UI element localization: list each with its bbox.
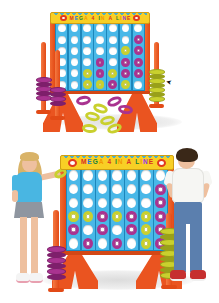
board-cell bbox=[82, 80, 92, 90]
board-cell bbox=[111, 170, 123, 182]
board-cell bbox=[120, 57, 130, 67]
board-cell bbox=[82, 224, 94, 236]
board-cell bbox=[82, 197, 94, 209]
board-cell bbox=[68, 170, 80, 182]
yellow-ring-disc bbox=[149, 96, 165, 102]
board-column bbox=[82, 170, 95, 250]
banner-letter: E bbox=[75, 16, 78, 21]
boy-hair bbox=[176, 148, 198, 162]
yellow-ring bbox=[121, 46, 130, 55]
yellow-ring bbox=[121, 80, 130, 89]
board-cell bbox=[120, 46, 130, 56]
empty-hole bbox=[127, 184, 136, 194]
empty-hole bbox=[96, 24, 104, 32]
banner-letter: M bbox=[70, 16, 74, 21]
banner-letter: E bbox=[87, 159, 91, 166]
banner: MEGA4INALINE bbox=[50, 12, 150, 24]
board-cell bbox=[82, 183, 94, 195]
girl-shirt bbox=[16, 172, 42, 203]
board-cell bbox=[95, 57, 105, 67]
banner-ring-icon bbox=[60, 15, 67, 21]
board-cell bbox=[97, 237, 109, 249]
board-cell bbox=[69, 46, 79, 56]
board-cell bbox=[97, 183, 109, 195]
empty-hole bbox=[69, 198, 78, 208]
board-cell bbox=[108, 35, 118, 45]
boy-jeans bbox=[174, 202, 202, 224]
magenta-ring bbox=[68, 224, 78, 235]
board-cell bbox=[108, 24, 118, 34]
empty-hole bbox=[69, 184, 78, 194]
board-column bbox=[107, 24, 118, 90]
banner-letter: A bbox=[108, 16, 112, 21]
empty-hole bbox=[112, 184, 121, 194]
empty-hole bbox=[69, 170, 78, 180]
empty-hole bbox=[109, 47, 117, 55]
yellow-ring bbox=[108, 69, 117, 78]
banner-letter: A bbox=[99, 159, 104, 166]
magenta-ring bbox=[134, 58, 143, 67]
empty-hole bbox=[83, 58, 91, 66]
banner-ring-icon bbox=[68, 159, 77, 167]
board-cell bbox=[140, 237, 152, 249]
empty-hole bbox=[134, 24, 142, 32]
empty-hole bbox=[112, 198, 121, 208]
board-cell bbox=[68, 210, 80, 222]
yellow-ring bbox=[141, 224, 151, 235]
banner-letter: M bbox=[81, 159, 86, 166]
board-frame bbox=[60, 168, 174, 255]
empty-hole bbox=[98, 170, 107, 180]
girl-shoe bbox=[29, 273, 43, 283]
board-cell bbox=[97, 224, 109, 236]
board-cell bbox=[120, 69, 130, 79]
board-grid bbox=[66, 168, 168, 251]
board-cell bbox=[95, 69, 105, 79]
magenta-ring bbox=[97, 224, 107, 235]
magenta-ring bbox=[134, 69, 143, 78]
magenta-ring bbox=[126, 211, 136, 222]
empty-hole bbox=[98, 198, 107, 208]
connect-four-game: MEGA4INALINE bbox=[60, 155, 174, 289]
girl-forearm bbox=[12, 190, 18, 202]
boy-shirt bbox=[172, 168, 204, 203]
banner-letter: L bbox=[116, 16, 119, 21]
empty-hole bbox=[98, 238, 107, 248]
board-cell bbox=[82, 210, 94, 222]
empty-hole bbox=[122, 24, 130, 32]
board-cell bbox=[120, 35, 130, 45]
empty-hole bbox=[83, 184, 92, 194]
board-column bbox=[82, 24, 93, 90]
banner-letter: G bbox=[93, 159, 98, 166]
banner: MEGA4INALINE bbox=[60, 155, 174, 170]
empty-hole bbox=[98, 184, 107, 194]
banner-letter: N bbox=[122, 16, 126, 21]
board-frame bbox=[50, 22, 150, 94]
board-cell bbox=[126, 224, 138, 236]
banner-ring-icon bbox=[133, 15, 140, 21]
board-cell bbox=[133, 35, 143, 45]
empty-hole bbox=[83, 36, 91, 44]
board-cell bbox=[108, 57, 118, 67]
board-cell bbox=[95, 24, 105, 34]
magenta-ring bbox=[83, 238, 93, 249]
board-cell bbox=[133, 69, 143, 79]
empty-hole bbox=[83, 24, 91, 32]
board-cell bbox=[82, 170, 94, 182]
ring-stack-yellow bbox=[149, 70, 165, 102]
board-cell bbox=[82, 35, 92, 45]
empty-hole bbox=[122, 36, 130, 44]
board-cell bbox=[57, 24, 67, 34]
board-cell bbox=[69, 24, 79, 34]
board-column bbox=[140, 170, 153, 250]
girl-bangs bbox=[20, 152, 39, 161]
board-cell bbox=[126, 210, 138, 222]
banner-letter: G bbox=[79, 16, 83, 21]
board-column bbox=[120, 24, 131, 90]
board-cell bbox=[108, 69, 118, 79]
board-cell bbox=[133, 57, 143, 67]
board-cell bbox=[97, 210, 109, 222]
banner-letter: I bbox=[98, 16, 99, 21]
magenta-ring bbox=[121, 58, 130, 67]
boy-leg bbox=[174, 222, 186, 272]
banner-letter: E bbox=[149, 159, 153, 166]
board-cell bbox=[133, 46, 143, 56]
magenta-ring bbox=[112, 238, 122, 249]
magenta-ring bbox=[134, 46, 143, 55]
boy-shoe bbox=[170, 270, 186, 281]
board-cell bbox=[133, 80, 143, 90]
empty-hole bbox=[69, 238, 78, 248]
magenta-ring bbox=[134, 35, 143, 44]
girl-leg bbox=[20, 217, 27, 275]
board-cell bbox=[126, 170, 138, 182]
yellow-ring bbox=[83, 211, 93, 222]
board-cell bbox=[126, 237, 138, 249]
board-cell bbox=[111, 210, 123, 222]
board-cell bbox=[140, 183, 152, 195]
girl-player bbox=[2, 152, 68, 292]
banner-letter: I bbox=[120, 16, 121, 21]
board-cell bbox=[111, 237, 123, 249]
empty-hole bbox=[71, 69, 79, 77]
banner-letter: L bbox=[135, 159, 139, 166]
magenta-ring bbox=[108, 80, 117, 89]
board-cell bbox=[69, 35, 79, 45]
empty-hole bbox=[71, 81, 79, 89]
ring-post bbox=[55, 50, 60, 118]
banner-letter: N bbox=[143, 159, 148, 166]
empty-hole bbox=[71, 24, 79, 32]
yellow-ring bbox=[68, 211, 78, 222]
board-cell bbox=[69, 69, 79, 79]
empty-hole bbox=[58, 24, 66, 32]
board-cell bbox=[68, 224, 80, 236]
board-column bbox=[69, 24, 80, 90]
board-cell bbox=[68, 183, 80, 195]
board-cell bbox=[69, 57, 79, 67]
girl-leg bbox=[31, 217, 38, 275]
board-column bbox=[133, 24, 144, 90]
board-cell bbox=[95, 46, 105, 56]
board-cell bbox=[97, 197, 109, 209]
board-column bbox=[96, 170, 109, 250]
empty-hole bbox=[96, 36, 104, 44]
empty-hole bbox=[71, 47, 79, 55]
board-cell bbox=[82, 69, 92, 79]
board-cell bbox=[126, 183, 138, 195]
board-column bbox=[67, 170, 80, 250]
board-column bbox=[94, 24, 105, 90]
empty-hole bbox=[109, 58, 117, 66]
magenta-ring bbox=[121, 69, 130, 78]
board-cell bbox=[82, 57, 92, 67]
board-cell bbox=[140, 210, 152, 222]
yellow-ring bbox=[141, 211, 151, 222]
board-cell bbox=[111, 224, 123, 236]
boy-leg bbox=[190, 222, 202, 272]
board-column bbox=[125, 170, 138, 250]
board-cell bbox=[82, 46, 92, 56]
magenta-ring bbox=[126, 224, 136, 235]
empty-hole bbox=[141, 184, 150, 194]
yellow-ring bbox=[141, 238, 151, 249]
board-cell bbox=[140, 170, 152, 182]
empty-hole bbox=[134, 81, 142, 89]
ring-stack-magenta bbox=[50, 88, 66, 106]
girl-skirt bbox=[14, 202, 44, 218]
board-cell bbox=[133, 24, 143, 34]
banner-letter: 4 bbox=[92, 16, 95, 21]
empty-hole bbox=[127, 238, 136, 248]
board-cell bbox=[126, 197, 138, 209]
empty-hole bbox=[112, 170, 121, 180]
empty-hole bbox=[83, 198, 92, 208]
banner-letter: I bbox=[140, 159, 142, 166]
board-cell bbox=[68, 197, 80, 209]
board-cell bbox=[111, 183, 123, 195]
banner-letter: N bbox=[118, 159, 123, 166]
empty-hole bbox=[109, 24, 117, 32]
board-cell bbox=[108, 46, 118, 56]
empty-hole bbox=[71, 58, 79, 66]
empty-hole bbox=[127, 170, 136, 180]
board-cell bbox=[140, 197, 152, 209]
board-cell bbox=[95, 80, 105, 90]
yellow-ring bbox=[83, 69, 92, 78]
board-cell bbox=[68, 237, 80, 249]
board-cell bbox=[82, 24, 92, 34]
banner-letter: A bbox=[84, 16, 88, 21]
empty-hole bbox=[83, 47, 91, 55]
yellow-ring bbox=[96, 80, 105, 89]
empty-hole bbox=[96, 47, 104, 55]
empty-hole bbox=[112, 225, 121, 235]
board-cell bbox=[140, 224, 152, 236]
banner-letter: E bbox=[127, 16, 130, 21]
board-cell bbox=[120, 80, 130, 90]
empty-hole bbox=[71, 36, 79, 44]
magenta-ring bbox=[97, 211, 107, 222]
board-cell bbox=[120, 24, 130, 34]
board-cell bbox=[57, 35, 67, 45]
empty-hole bbox=[127, 198, 136, 208]
board-cell bbox=[82, 237, 94, 249]
banner-letter: I bbox=[115, 159, 117, 166]
board-cell bbox=[111, 197, 123, 209]
banner-letter: A bbox=[127, 159, 132, 166]
empty-hole bbox=[83, 170, 92, 180]
banner-ring-icon bbox=[157, 159, 166, 167]
magenta-ring bbox=[96, 58, 105, 67]
magenta-ring bbox=[96, 69, 105, 78]
board-cell bbox=[108, 80, 118, 90]
empty-hole bbox=[58, 36, 66, 44]
magenta-ring-disc bbox=[50, 101, 66, 107]
board-cell bbox=[69, 80, 79, 90]
boy-shoe bbox=[190, 270, 206, 281]
empty-hole bbox=[83, 225, 92, 235]
board-column bbox=[111, 170, 124, 250]
banner-letter: 4 bbox=[107, 159, 111, 166]
board-cell bbox=[95, 35, 105, 45]
empty-hole bbox=[109, 36, 117, 44]
yellow-ring bbox=[112, 211, 122, 222]
empty-hole bbox=[141, 198, 150, 208]
girl-shoe bbox=[16, 273, 30, 283]
yellow-ring bbox=[83, 80, 92, 89]
empty-hole bbox=[141, 170, 150, 180]
board-grid bbox=[55, 22, 145, 91]
board-cell bbox=[97, 170, 109, 182]
banner-letter: N bbox=[101, 16, 105, 21]
